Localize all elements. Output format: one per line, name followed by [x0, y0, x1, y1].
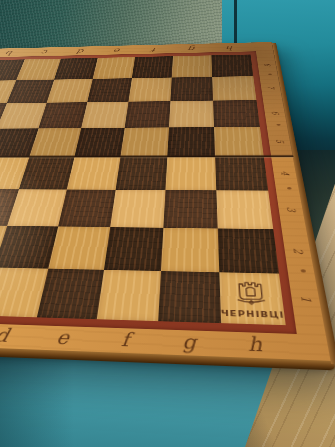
file-label-f: f — [92, 327, 158, 354]
file-label-h: h — [221, 331, 290, 359]
rank-label-6: 6 — [252, 107, 299, 119]
rank-label-5: 5 — [255, 135, 305, 148]
rank-label-4: 4 — [259, 166, 313, 180]
square-e1 — [37, 269, 104, 320]
rank-label-7: 7 — [249, 82, 294, 93]
square-e4 — [67, 157, 121, 190]
rank-label-3: 3 — [263, 201, 320, 218]
file-label-top-e: e — [98, 46, 136, 55]
file-label-top-c: c — [26, 48, 64, 57]
square-g4 — [165, 157, 216, 191]
dowel-peg-icon — [268, 74, 272, 76]
upper-half-shade — [0, 42, 293, 157]
square-f2 — [104, 227, 163, 271]
logo-shield-icon — [234, 279, 269, 308]
dowel-peg-icon — [276, 124, 280, 126]
square-f3 — [110, 190, 165, 228]
file-label-top-h: h — [211, 43, 250, 52]
rank-label-8: 8 — [246, 60, 288, 70]
square-f4 — [116, 157, 168, 190]
square-g2 — [161, 228, 219, 273]
fold-seam — [0, 155, 294, 159]
square-g1 — [158, 271, 221, 323]
square-f1 — [97, 270, 161, 321]
square-g3 — [163, 190, 217, 228]
photo-scene: ЧЕРНІВЦІ abcdefgh abcdefgh 87654321 8765… — [0, 0, 335, 447]
file-label-g: g — [156, 329, 222, 356]
file-label-top-f: f — [135, 45, 173, 54]
logo-city-text: ЧЕРНІВЦІ — [220, 307, 285, 319]
chessboard: ЧЕРНІВЦІ abcdefgh abcdefgh 87654321 8765… — [0, 42, 332, 362]
file-label-e: e — [29, 325, 95, 351]
dowel-peg-icon — [300, 269, 306, 272]
square-e3 — [58, 190, 115, 228]
rank-label-1: 1 — [273, 288, 335, 311]
file-label-top-d: d — [62, 47, 100, 56]
dowel-peg-icon — [287, 187, 292, 189]
rank-label-2: 2 — [268, 241, 330, 261]
square-e2 — [48, 226, 110, 269]
square-d3 — [7, 189, 67, 226]
file-label-top-g: g — [173, 44, 211, 53]
file-label-top-b: b — [0, 48, 29, 56]
square-d4 — [19, 157, 75, 190]
